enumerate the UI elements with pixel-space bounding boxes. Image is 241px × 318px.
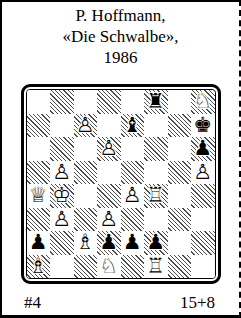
square-f1: ♜♖ (144, 255, 168, 279)
square-f3 (144, 208, 168, 232)
square-f7 (144, 114, 168, 138)
square-b6 (50, 137, 74, 161)
piece-white-queen: ♕ (27, 184, 51, 208)
piece-halo: ♟ (144, 231, 168, 255)
square-h5: ♟♙ (191, 161, 215, 185)
piece-halo: ♟ (97, 231, 121, 255)
piece-white-pawn: ♙ (121, 184, 145, 208)
square-g4 (168, 184, 192, 208)
piece-black-pawn: ♟ (97, 231, 121, 255)
square-d2: ♟♟ (97, 231, 121, 255)
square-f4: ♜♖ (144, 184, 168, 208)
piece-halo: ♞ (191, 90, 215, 114)
piece-halo: ♟ (74, 114, 98, 138)
square-c6 (74, 137, 98, 161)
square-d1: ♞♘ (97, 255, 121, 279)
square-b3: ♟♙ (50, 208, 74, 232)
piece-halo: ♞ (97, 255, 121, 279)
square-d4 (97, 184, 121, 208)
square-a3 (27, 208, 51, 232)
square-a5 (27, 161, 51, 185)
piece-white-bishop: ♗ (74, 231, 98, 255)
square-h6: ♟♟ (191, 137, 215, 161)
square-d7 (97, 114, 121, 138)
square-b4: ♚♔ (50, 184, 74, 208)
piece-halo: ♜ (144, 184, 168, 208)
author-line: P. Hoffmann, (2, 5, 239, 26)
square-e2: ♟♟ (121, 231, 145, 255)
square-h7: ♚♚ (191, 114, 215, 138)
square-b8 (50, 90, 74, 114)
square-d8 (97, 90, 121, 114)
piece-halo: ♜ (144, 255, 168, 279)
piece-halo: ♚ (191, 114, 215, 138)
square-g6 (168, 137, 192, 161)
square-b2 (50, 231, 74, 255)
piece-white-pawn: ♙ (50, 208, 74, 232)
square-d3: ♟♙ (97, 208, 121, 232)
square-h4 (191, 184, 215, 208)
square-e6 (121, 137, 145, 161)
square-e3 (121, 208, 145, 232)
piece-white-pawn: ♙ (74, 114, 98, 138)
square-a7 (27, 114, 51, 138)
square-b7 (50, 114, 74, 138)
piece-halo: ♝ (27, 255, 51, 279)
piece-halo: ♟ (50, 208, 74, 232)
piece-white-knight: ♘ (97, 255, 121, 279)
stipulation-label: #4 (24, 294, 41, 312)
piece-halo: ♟ (121, 184, 145, 208)
square-c1 (74, 255, 98, 279)
square-b5: ♟♙ (50, 161, 74, 185)
caption-row: #4 15+8 (2, 294, 239, 312)
piece-white-king: ♔ (50, 184, 74, 208)
square-f6 (144, 137, 168, 161)
piece-white-bishop: ♗ (27, 255, 51, 279)
square-e7: ♝♝ (121, 114, 145, 138)
square-g2 (168, 231, 192, 255)
chess-board-frame: ♜♜♞♘♟♙♝♝♚♚♟♙♟♟♟♙♟♙♛♕♚♔♟♙♜♖♟♙♟♙♟♟♝♗♟♟♟♟♟♟… (21, 84, 221, 284)
piece-black-pawn: ♟ (144, 231, 168, 255)
square-h1 (191, 255, 215, 279)
square-c4 (74, 184, 98, 208)
piece-halo: ♟ (191, 161, 215, 185)
square-b1 (50, 255, 74, 279)
piece-white-knight: ♘ (191, 90, 215, 114)
piece-halo: ♟ (27, 231, 51, 255)
square-g8 (168, 90, 192, 114)
source-line: «Die Schwalbe», (2, 26, 239, 47)
material-count-label: 15+8 (180, 294, 215, 312)
square-a8 (27, 90, 51, 114)
square-d5 (97, 161, 121, 185)
square-a2: ♟♟ (27, 231, 51, 255)
chess-board-border: ♜♜♞♘♟♙♝♝♚♚♟♙♟♟♟♙♟♙♛♕♚♔♟♙♜♖♟♙♟♙♟♟♝♗♟♟♟♟♟♟… (26, 89, 216, 279)
square-c7: ♟♙ (74, 114, 98, 138)
square-g3 (168, 208, 192, 232)
piece-white-rook: ♖ (144, 255, 168, 279)
piece-black-pawn: ♟ (191, 137, 215, 161)
square-a4: ♛♕ (27, 184, 51, 208)
square-e8 (121, 90, 145, 114)
square-g1 (168, 255, 192, 279)
square-h8: ♞♘ (191, 90, 215, 114)
piece-white-pawn: ♙ (97, 208, 121, 232)
square-c5 (74, 161, 98, 185)
piece-black-pawn: ♟ (27, 231, 51, 255)
square-g5 (168, 161, 192, 185)
square-c2: ♝♗ (74, 231, 98, 255)
piece-black-bishop: ♝ (121, 114, 145, 138)
square-h2 (191, 231, 215, 255)
piece-halo: ♟ (50, 161, 74, 185)
square-f5 (144, 161, 168, 185)
square-h3 (191, 208, 215, 232)
year-line: 1986 (2, 47, 239, 68)
piece-halo: ♟ (191, 137, 215, 161)
piece-black-rook: ♜ (144, 90, 168, 114)
square-e4: ♟♙ (121, 184, 145, 208)
piece-halo: ♟ (121, 231, 145, 255)
square-c3 (74, 208, 98, 232)
piece-halo: ♝ (74, 231, 98, 255)
piece-white-pawn: ♙ (97, 137, 121, 161)
piece-white-pawn: ♙ (191, 161, 215, 185)
square-f2: ♟♟ (144, 231, 168, 255)
chess-board: ♜♜♞♘♟♙♝♝♚♚♟♙♟♟♟♙♟♙♛♕♚♔♟♙♜♖♟♙♟♙♟♟♝♗♟♟♟♟♟♟… (27, 90, 215, 278)
square-g7 (168, 114, 192, 138)
piece-black-king: ♚ (191, 114, 215, 138)
piece-halo: ♟ (97, 208, 121, 232)
square-d6: ♟♙ (97, 137, 121, 161)
piece-halo: ♝ (121, 114, 145, 138)
square-e1 (121, 255, 145, 279)
piece-black-pawn: ♟ (121, 231, 145, 255)
piece-white-pawn: ♙ (50, 161, 74, 185)
problem-title: P. Hoffmann, «Die Schwalbe», 1986 (2, 2, 239, 68)
piece-halo: ♟ (97, 137, 121, 161)
square-a6 (27, 137, 51, 161)
piece-halo: ♚ (50, 184, 74, 208)
piece-halo: ♜ (144, 90, 168, 114)
square-c8 (74, 90, 98, 114)
square-a1: ♝♗ (27, 255, 51, 279)
problem-card: P. Hoffmann, «Die Schwalbe», 1986 ♜♜♞♘♟♙… (0, 0, 241, 318)
piece-halo: ♛ (27, 184, 51, 208)
square-f8: ♜♜ (144, 90, 168, 114)
square-e5 (121, 161, 145, 185)
piece-white-rook: ♖ (144, 184, 168, 208)
